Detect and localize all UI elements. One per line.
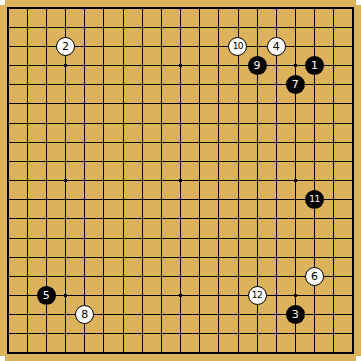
stone-black-move-1-R16: 1 — [305, 56, 324, 75]
stones-grid: 123456789101112 — [0, 0, 361, 361]
page-corner-bottom-right — [356, 356, 361, 361]
page-corner-bottom-left — [0, 356, 5, 361]
stone-white-move-8-E3: 8 — [75, 305, 94, 324]
stone-black-move-5-C4: 5 — [37, 286, 56, 305]
page-corner-top-right — [356, 0, 361, 5]
stone-black-move-7-Q15: 7 — [286, 75, 305, 94]
stone-white-move-2-D17: 2 — [56, 37, 75, 56]
stone-white-move-12-O4: 12 — [248, 286, 267, 305]
stone-black-move-9-O16: 9 — [248, 56, 267, 75]
stone-black-move-11-R9: 11 — [305, 190, 324, 209]
page-corner-top-left — [0, 0, 5, 5]
stone-white-move-4-P17: 4 — [267, 37, 286, 56]
go-board-diagram: 123456789101112 — [0, 0, 361, 361]
stone-white-move-10-N17: 10 — [228, 37, 247, 56]
stone-white-move-6-R5: 6 — [305, 267, 324, 286]
stone-black-move-3-Q3: 3 — [286, 305, 305, 324]
